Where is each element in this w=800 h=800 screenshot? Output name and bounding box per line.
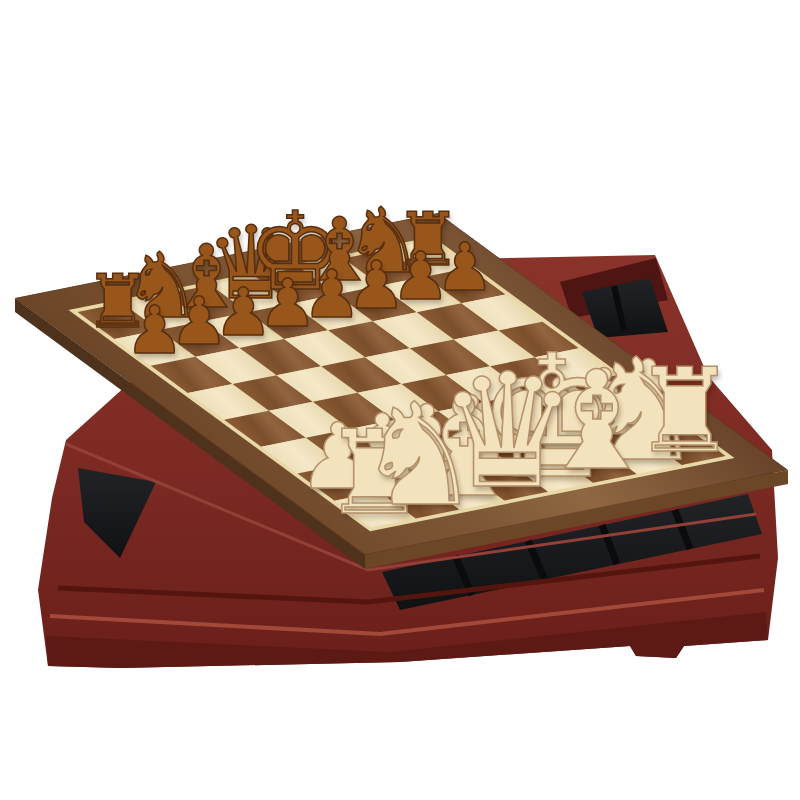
chess-set-photo: ♜♞♝♛♚♝♞♜♟♟♟♟♟♟♟♟♟♟♟♟♟♟♟♟♜♞♝♛♚♝♞♜ <box>0 0 800 800</box>
